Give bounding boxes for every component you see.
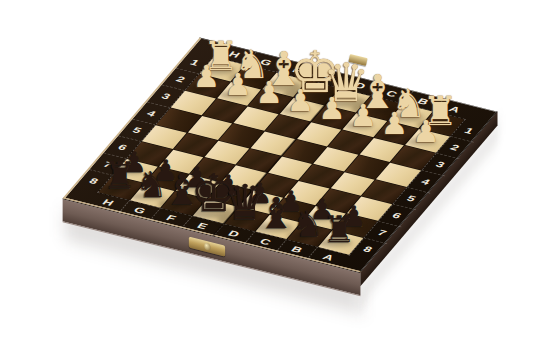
piece-black-bishop[interactable]: ♝ xyxy=(257,192,295,235)
clasp-pin-icon xyxy=(204,242,210,251)
piece-white-pawn[interactable]: ♟ xyxy=(287,86,314,116)
piece-white-pawn[interactable]: ♟ xyxy=(318,94,345,124)
piece-black-rook[interactable]: ♜ xyxy=(103,158,136,195)
piece-white-pawn[interactable]: ♟ xyxy=(193,63,220,93)
piece-white-pawn[interactable]: ♟ xyxy=(381,110,408,140)
piece-black-rook[interactable]: ♜ xyxy=(323,213,356,250)
brass-clasp-icon xyxy=(189,237,225,257)
piece-white-pawn[interactable]: ♟ xyxy=(224,71,251,101)
piece-white-pawn[interactable]: ♟ xyxy=(349,102,376,132)
piece-white-pawn[interactable]: ♟ xyxy=(412,117,439,147)
photo-stage: HGFEDCBA HGFEDCBA 12345678 12345678 ♜♞♝♛… xyxy=(0,0,560,345)
piece-black-knight[interactable]: ♞ xyxy=(292,206,324,242)
piece-white-pawn[interactable]: ♟ xyxy=(256,78,283,108)
